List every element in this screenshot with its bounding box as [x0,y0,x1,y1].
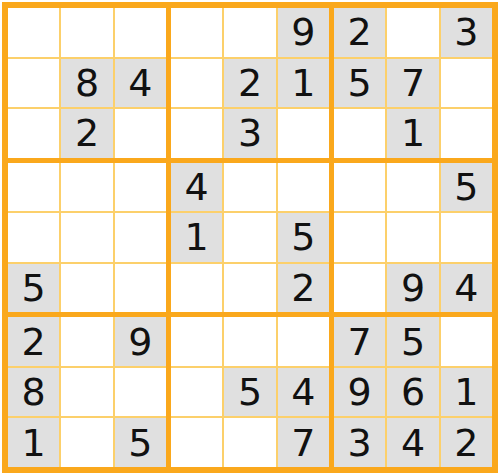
cell-r1c8[interactable] [387,8,438,57]
cell-r2c4[interactable] [171,59,222,108]
cell-r7c4[interactable] [171,317,222,366]
cell-r5c1[interactable] [8,213,59,262]
cell-r8c4[interactable] [171,368,222,417]
cell-r2c6: 1 [278,59,329,108]
cell-r5c5[interactable] [224,213,275,262]
cell-r5c6: 5 [278,213,329,262]
box-6: 594 [334,163,492,313]
cell-r5c4: 1 [171,213,222,262]
box-5: 4152 [171,163,329,313]
cell-r5c3[interactable] [115,213,166,262]
cell-r9c1: 1 [8,418,59,467]
cell-r3c8: 1 [387,109,438,158]
cell-r2c3: 4 [115,59,166,108]
cell-r3c3[interactable] [115,109,166,158]
cell-r1c5[interactable] [224,8,275,57]
sudoku-board: 842921323571541525942981554775961342 [2,2,498,473]
cell-r8c1: 8 [8,368,59,417]
cell-r2c9[interactable] [441,59,492,108]
cell-r3c5: 3 [224,109,275,158]
cell-r1c4[interactable] [171,8,222,57]
box-2: 9213 [171,8,329,158]
cell-r4c7[interactable] [334,163,385,212]
cell-r8c7: 9 [334,368,385,417]
cell-r1c2[interactable] [61,8,112,57]
cell-r2c7: 5 [334,59,385,108]
cell-r2c8: 7 [387,59,438,108]
cell-r4c2[interactable] [61,163,112,212]
box-4: 5 [8,163,166,313]
cell-r7c2[interactable] [61,317,112,366]
cell-r3c9[interactable] [441,109,492,158]
cell-r7c1: 2 [8,317,59,366]
cell-r1c3[interactable] [115,8,166,57]
cell-r4c1[interactable] [8,163,59,212]
cell-r7c8: 5 [387,317,438,366]
cell-r6c9: 4 [441,264,492,313]
cell-r1c7: 2 [334,8,385,57]
cell-r4c3[interactable] [115,163,166,212]
cell-r1c6: 9 [278,8,329,57]
cell-r6c1: 5 [8,264,59,313]
cell-r1c1[interactable] [8,8,59,57]
cell-r4c9: 5 [441,163,492,212]
cell-r8c5: 5 [224,368,275,417]
cell-r2c5: 2 [224,59,275,108]
cell-r4c6[interactable] [278,163,329,212]
cell-r5c8[interactable] [387,213,438,262]
cell-r8c6: 4 [278,368,329,417]
cell-r7c3: 9 [115,317,166,366]
cell-r4c8[interactable] [387,163,438,212]
cell-r3c4[interactable] [171,109,222,158]
cell-r6c5[interactable] [224,264,275,313]
cell-r7c7: 7 [334,317,385,366]
cell-r2c2: 8 [61,59,112,108]
cell-r9c8: 4 [387,418,438,467]
cell-r6c2[interactable] [61,264,112,313]
cell-r6c7[interactable] [334,264,385,313]
box-7: 29815 [8,317,166,467]
box-3: 23571 [334,8,492,158]
cell-r3c1[interactable] [8,109,59,158]
cell-r9c6: 7 [278,418,329,467]
cell-r5c9[interactable] [441,213,492,262]
cell-r3c7[interactable] [334,109,385,158]
cell-r9c9: 2 [441,418,492,467]
cell-r2c1[interactable] [8,59,59,108]
cell-r4c4: 4 [171,163,222,212]
cell-r5c7[interactable] [334,213,385,262]
cell-r8c3[interactable] [115,368,166,417]
cell-r6c4[interactable] [171,264,222,313]
cell-r6c8: 9 [387,264,438,313]
cell-r8c8: 6 [387,368,438,417]
cell-r9c2[interactable] [61,418,112,467]
cell-r1c9: 3 [441,8,492,57]
cell-r9c4[interactable] [171,418,222,467]
box-1: 842 [8,8,166,158]
cell-r9c5[interactable] [224,418,275,467]
cell-r4c5[interactable] [224,163,275,212]
box-8: 547 [171,317,329,467]
cell-r7c6[interactable] [278,317,329,366]
cell-r9c7: 3 [334,418,385,467]
box-9: 75961342 [334,317,492,467]
cell-r3c2: 2 [61,109,112,158]
cell-r7c9[interactable] [441,317,492,366]
cell-r6c3[interactable] [115,264,166,313]
cell-r3c6[interactable] [278,109,329,158]
cell-r8c9: 1 [441,368,492,417]
cell-r9c3: 5 [115,418,166,467]
cell-r7c5[interactable] [224,317,275,366]
cell-r6c6: 2 [278,264,329,313]
cell-r8c2[interactable] [61,368,112,417]
cell-r5c2[interactable] [61,213,112,262]
